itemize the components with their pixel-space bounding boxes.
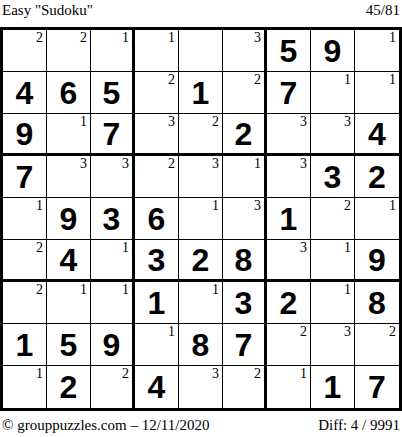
pencil-mark: 2 [36,240,43,256]
pencil-mark: 1 [122,282,129,298]
cell-r5c7[interactable]: 1 [267,198,311,240]
big-digit: 1 [179,72,222,113]
cell-r6c6[interactable]: 8 [223,240,267,282]
pencil-mark: 3 [300,114,307,130]
cell-r7c6[interactable]: 3 [223,282,267,324]
cell-r1c3[interactable]: 1 [91,30,135,72]
difficulty-text: Diff: 4 / 9991 [318,416,400,434]
progress-counter: 45/81 [366,1,400,19]
footer: © grouppuzzles.com – 12/11/2020 Diff: 4 … [0,414,402,436]
cell-r9c4[interactable]: 4 [135,366,179,408]
cell-r2c2[interactable]: 6 [47,72,91,114]
cell-r7c4[interactable]: 1 [135,282,179,324]
cell-r4c8[interactable]: 3 [311,156,355,198]
cell-r8c3[interactable]: 9 [91,324,135,366]
cell-r1c2[interactable]: 2 [47,30,91,72]
pencil-mark: 1 [212,198,219,214]
cell-r5c1[interactable]: 1 [3,198,47,240]
cell-r8c4[interactable]: 1 [135,324,179,366]
cell-r6c9[interactable]: 9 [355,240,399,282]
pencil-mark: 1 [389,30,396,46]
cell-r4c5[interactable]: 3 [179,156,223,198]
cell-r4c4[interactable]: 2 [135,156,179,198]
big-digit: 9 [355,240,399,279]
cell-r9c5[interactable]: 3 [179,366,223,408]
cell-r7c9[interactable]: 8 [355,282,399,324]
cell-r2c4[interactable]: 2 [135,72,179,114]
pencil-mark: 2 [122,366,129,382]
copyright-text: © grouppuzzles.com – 12/11/2020 [2,416,209,434]
pencil-mark: 3 [122,156,129,172]
cell-r3c2[interactable]: 1 [47,114,91,156]
cell-r7c5[interactable]: 1 [179,282,223,324]
cell-r1c6[interactable]: 3 [223,30,267,72]
pencil-mark: 3 [212,366,219,382]
big-digit: 6 [47,72,90,113]
pencil-mark: 3 [344,324,351,340]
cell-r4c7[interactable]: 3 [267,156,311,198]
big-digit: 7 [3,156,46,197]
big-digit: 2 [223,114,264,153]
big-digit: 8 [179,324,222,365]
cell-r8c2[interactable]: 5 [47,324,91,366]
cell-r6c4[interactable]: 3 [135,240,179,282]
cell-r3c5[interactable]: 2 [179,114,223,156]
big-digit: 7 [223,324,264,365]
cell-r7c8[interactable]: 1 [311,282,355,324]
big-digit: 3 [135,240,178,279]
pencil-mark: 2 [80,30,87,46]
pencil-mark: 2 [254,366,261,382]
big-digit: 6 [135,198,178,239]
pencil-mark: 2 [300,324,307,340]
pencil-mark: 1 [36,366,43,382]
cell-r9c9[interactable]: 7 [355,366,399,408]
cell-r9c8[interactable]: 1 [311,366,355,408]
big-digit: 2 [179,240,222,279]
cell-r1c5[interactable] [179,30,223,72]
cell-r6c7[interactable]: 3 [267,240,311,282]
big-digit: 7 [267,72,310,113]
pencil-mark: 3 [300,156,307,172]
cell-r6c8[interactable]: 1 [311,240,355,282]
cell-r6c1[interactable]: 2 [3,240,47,282]
big-digit: 4 [355,114,399,153]
big-digit: 3 [311,156,354,197]
pencil-mark: 1 [80,282,87,298]
big-digit: 4 [135,366,178,408]
cell-r1c4[interactable]: 1 [135,30,179,72]
pencil-mark: 1 [168,324,175,340]
pencil-mark: 3 [300,240,307,256]
pencil-mark: 3 [168,114,175,130]
big-digit: 5 [267,30,310,71]
pencil-mark: 3 [254,30,261,46]
cell-r9c2[interactable]: 2 [47,366,91,408]
cell-r2c6[interactable]: 2 [223,72,267,114]
big-digit: 1 [3,324,46,365]
cell-r5c6[interactable]: 3 [223,198,267,240]
cell-r1c9[interactable]: 1 [355,30,399,72]
cell-r8c9[interactable]: 2 [355,324,399,366]
cell-r9c7[interactable]: 1 [267,366,311,408]
cell-r7c3[interactable]: 1 [91,282,135,324]
pencil-mark: 3 [344,114,351,130]
sudoku-page: Easy "Sudoku" 45/81 22113591465212711917… [0,0,402,437]
cell-r8c8[interactable]: 3 [311,324,355,366]
pencil-mark: 1 [389,198,396,214]
big-digit: 2 [267,282,310,323]
pencil-mark: 2 [344,198,351,214]
pencil-mark: 1 [80,114,87,130]
cell-r5c2[interactable]: 9 [47,198,91,240]
cell-r9c1[interactable]: 1 [3,366,47,408]
cell-r7c1[interactable]: 2 [3,282,47,324]
pencil-mark: 1 [300,366,307,382]
header: Easy "Sudoku" 45/81 [0,0,402,26]
cell-r9c6[interactable]: 2 [223,366,267,408]
cell-r2c7[interactable]: 7 [267,72,311,114]
pencil-mark: 2 [212,114,219,130]
pencil-mark: 3 [212,156,219,172]
cell-r4c6[interactable]: 1 [223,156,267,198]
cell-r2c8[interactable]: 1 [311,72,355,114]
big-digit: 8 [355,282,399,323]
cell-r8c5[interactable]: 8 [179,324,223,366]
cell-r3c3[interactable]: 7 [91,114,135,156]
big-digit: 5 [47,324,90,365]
big-digit: 2 [355,156,399,197]
cell-r6c2[interactable]: 4 [47,240,91,282]
big-digit: 2 [47,366,90,408]
pencil-mark: 2 [254,72,261,88]
cell-r7c2[interactable]: 1 [47,282,91,324]
cell-r4c2[interactable]: 3 [47,156,91,198]
cell-r3c9[interactable]: 4 [355,114,399,156]
big-digit: 4 [47,240,90,279]
big-digit: 9 [3,114,46,153]
cell-r1c1[interactable]: 2 [3,30,47,72]
cell-r3c1[interactable]: 9 [3,114,47,156]
pencil-mark: 3 [254,198,261,214]
big-digit: 7 [91,114,132,153]
pencil-mark: 2 [389,324,396,340]
big-digit: 9 [91,324,132,365]
pencil-mark: 1 [254,156,261,172]
pencil-mark: 1 [168,30,175,46]
pencil-mark: 2 [36,282,43,298]
cell-r2c5[interactable]: 1 [179,72,223,114]
cell-r5c4[interactable]: 6 [135,198,179,240]
cell-r8c6[interactable]: 7 [223,324,267,366]
pencil-mark: 1 [122,30,129,46]
cell-r8c1[interactable]: 1 [3,324,47,366]
sudoku-board: 2211359146521271191732233473323133219361… [0,27,402,411]
pencil-mark: 2 [168,156,175,172]
cell-r5c5[interactable]: 1 [179,198,223,240]
pencil-mark: 1 [344,72,351,88]
big-digit: 3 [91,198,132,239]
cell-r3c7[interactable]: 3 [267,114,311,156]
cell-r3c6[interactable]: 2 [223,114,267,156]
big-digit: 1 [311,366,354,408]
cell-r3c8[interactable]: 3 [311,114,355,156]
pencil-mark: 1 [344,240,351,256]
pencil-mark: 3 [80,156,87,172]
cell-r1c8[interactable]: 9 [311,30,355,72]
pencil-mark: 2 [168,72,175,88]
cell-r6c3[interactable]: 1 [91,240,135,282]
big-digit: 1 [135,282,178,323]
pencil-mark: 1 [212,282,219,298]
pencil-mark: 1 [344,282,351,298]
big-digit: 3 [223,282,264,323]
big-digit: 7 [355,366,399,408]
big-digit: 5 [91,72,132,113]
cell-r9c3[interactable]: 2 [91,366,135,408]
big-digit: 8 [223,240,264,279]
cell-r4c9[interactable]: 2 [355,156,399,198]
cell-r2c3[interactable]: 5 [91,72,135,114]
cell-r6c5[interactable]: 2 [179,240,223,282]
pencil-mark: 1 [36,198,43,214]
pencil-mark: 1 [389,72,396,88]
big-digit: 9 [47,198,90,239]
big-digit: 4 [3,72,46,113]
big-digit: 1 [267,198,310,239]
cell-r7c7[interactable]: 2 [267,282,311,324]
page-title: Easy "Sudoku" [2,1,93,19]
cell-r5c9[interactable]: 1 [355,198,399,240]
big-digit: 9 [311,30,354,71]
cell-r4c1[interactable]: 7 [3,156,47,198]
cell-r2c1[interactable]: 4 [3,72,47,114]
cell-r3c4[interactable]: 3 [135,114,179,156]
cell-r8c7[interactable]: 2 [267,324,311,366]
cell-r2c9[interactable]: 1 [355,72,399,114]
cell-r5c3[interactable]: 3 [91,198,135,240]
cell-r5c8[interactable]: 2 [311,198,355,240]
pencil-mark: 1 [122,240,129,256]
cell-r4c3[interactable]: 3 [91,156,135,198]
pencil-mark: 2 [36,30,43,46]
cell-r1c7[interactable]: 5 [267,30,311,72]
